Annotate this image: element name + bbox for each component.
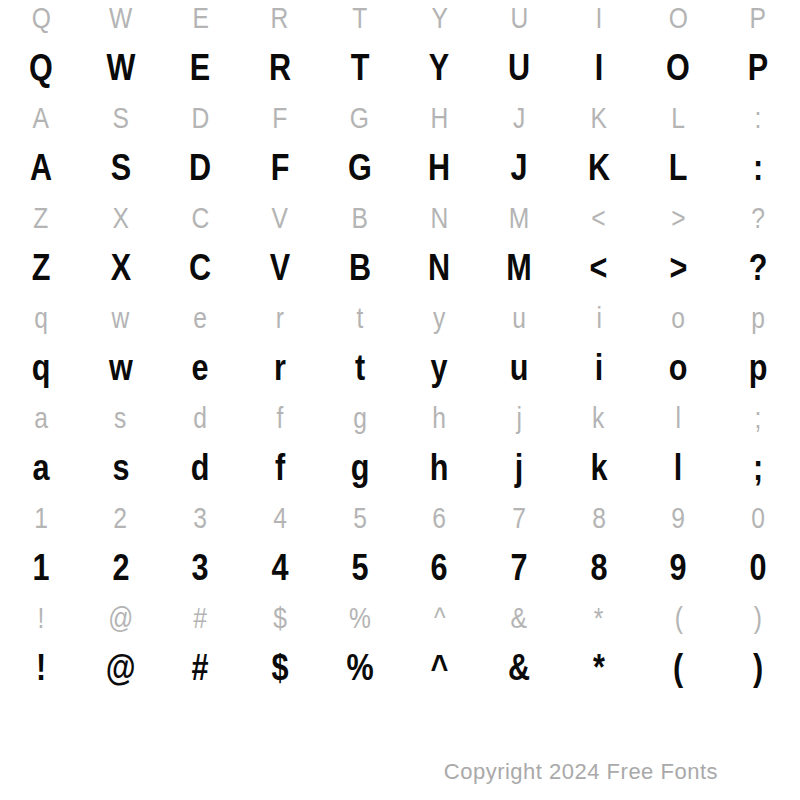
char-cell: * xyxy=(559,643,639,693)
char-cell: s xyxy=(81,393,161,443)
glyph-black: G xyxy=(348,150,372,186)
char-cell: 5 xyxy=(320,543,400,593)
char-cell: 7 xyxy=(479,493,559,543)
char-cell: w xyxy=(81,293,161,343)
glyph-gray: q xyxy=(34,304,48,333)
char-cell: P xyxy=(718,0,798,43)
glyph-black: W xyxy=(106,50,135,86)
glyph-gray: : xyxy=(755,104,762,133)
glyph-black: # xyxy=(192,650,209,686)
glyph-black: l xyxy=(674,450,683,486)
glyph-black: q xyxy=(31,350,50,386)
glyph-gray: e xyxy=(193,304,207,333)
char-cell: y xyxy=(399,343,479,393)
glyph-black: 5 xyxy=(351,550,368,586)
glyph-black: u xyxy=(510,350,529,386)
char-cell: ) xyxy=(718,593,798,643)
glyph-gray: E xyxy=(192,4,208,33)
glyph-gray: d xyxy=(193,404,207,433)
char-cell: l xyxy=(639,443,719,493)
glyph-gray: r xyxy=(276,304,284,333)
glyph-gray: O xyxy=(669,4,688,33)
char-cell: k xyxy=(559,443,639,493)
char-cell: ^ xyxy=(399,643,479,693)
glyph-black: t xyxy=(355,350,365,386)
glyph-black: 3 xyxy=(192,550,209,586)
char-cell: K xyxy=(559,143,639,193)
char-cell: r xyxy=(240,343,320,393)
char-cell: 5 xyxy=(320,493,400,543)
glyph-black: 7 xyxy=(511,550,528,586)
char-cell: 9 xyxy=(639,493,719,543)
char-cell: $ xyxy=(240,643,320,693)
char-cell: S xyxy=(81,93,161,143)
glyph-gray: 6 xyxy=(432,504,446,533)
char-cell: ( xyxy=(639,593,719,643)
char-cell: I xyxy=(559,43,639,93)
glyph-gray: < xyxy=(592,204,606,233)
char-cell: C xyxy=(160,193,240,243)
glyph-black: @ xyxy=(106,650,136,686)
char-cell: > xyxy=(639,243,719,293)
char-row-gray: QWERTYUIOP xyxy=(1,0,798,43)
glyph-black: $ xyxy=(271,650,288,686)
glyph-gray: K xyxy=(591,104,607,133)
char-row-gray: ZXCVBNM<>? xyxy=(1,193,798,243)
char-cell: * xyxy=(559,593,639,643)
glyph-black: C xyxy=(189,250,211,286)
char-cell: 3 xyxy=(160,543,240,593)
glyph-black: 6 xyxy=(431,550,448,586)
char-cell: i xyxy=(559,343,639,393)
char-row-gray: asdfghjkl; xyxy=(1,393,798,443)
glyph-black: A xyxy=(30,150,52,186)
char-row-black: ZXCVBNM<>? xyxy=(1,243,798,293)
char-cell: Y xyxy=(399,43,479,93)
glyph-black: H xyxy=(428,150,450,186)
char-cell: t xyxy=(320,293,400,343)
glyph-gray: u xyxy=(512,304,526,333)
char-cell: 2 xyxy=(81,543,161,593)
glyph-black: < xyxy=(590,250,608,286)
glyph-black: V xyxy=(270,250,290,286)
char-cell: @ xyxy=(81,643,161,693)
glyph-gray: 8 xyxy=(592,504,606,533)
glyph-gray: s xyxy=(114,404,126,433)
glyph-black: T xyxy=(350,50,369,86)
char-cell: N xyxy=(399,243,479,293)
glyph-gray: i xyxy=(596,304,601,333)
char-cell: o xyxy=(639,293,719,343)
glyph-gray: g xyxy=(353,404,367,433)
glyph-gray: U xyxy=(510,4,528,33)
glyph-gray: ^ xyxy=(434,604,446,633)
glyph-gray: o xyxy=(672,304,686,333)
char-cell: O xyxy=(639,0,719,43)
glyph-black: 4 xyxy=(271,550,288,586)
char-cell: q xyxy=(1,343,81,393)
glyph-gray: W xyxy=(109,4,132,33)
glyph-black: Y xyxy=(429,50,449,86)
glyph-black: 2 xyxy=(112,550,129,586)
glyph-gray: Z xyxy=(33,204,48,233)
glyph-gray: y xyxy=(433,304,445,333)
char-cell: ! xyxy=(1,593,81,643)
glyph-black: : xyxy=(753,150,763,186)
char-cell: G xyxy=(320,93,400,143)
glyph-black: S xyxy=(110,150,130,186)
char-cell: L xyxy=(639,93,719,143)
char-cell: 3 xyxy=(160,493,240,543)
glyph-gray: w xyxy=(112,304,130,333)
glyph-gray: $ xyxy=(273,604,287,633)
glyph-gray: j xyxy=(516,404,521,433)
char-cell: N xyxy=(399,193,479,243)
char-cell: E xyxy=(160,43,240,93)
glyph-black: Q xyxy=(29,50,53,86)
char-row-gray: 1234567890 xyxy=(1,493,798,543)
char-cell: L xyxy=(639,143,719,193)
char-cell: A xyxy=(1,93,81,143)
char-cell: S xyxy=(81,143,161,193)
glyph-black: R xyxy=(269,50,291,86)
glyph-gray: I xyxy=(595,4,602,33)
character-grid: QWERTYUIOPQWERTYUIOPASDFGHJKL:ASDFGHJKL:… xyxy=(1,0,798,693)
char-cell: t xyxy=(320,343,400,393)
char-cell: U xyxy=(479,43,559,93)
char-cell: a xyxy=(1,393,81,443)
copyright-text: Copyright 2024 Free Fonts xyxy=(444,759,718,785)
glyph-black: ; xyxy=(753,450,763,486)
glyph-black: X xyxy=(110,250,130,286)
glyph-gray: S xyxy=(112,104,128,133)
glyph-gray: V xyxy=(272,204,288,233)
char-cell: e xyxy=(160,343,240,393)
glyph-black: d xyxy=(191,450,210,486)
char-cell: A xyxy=(1,143,81,193)
glyph-black: s xyxy=(112,450,129,486)
glyph-black: p xyxy=(749,350,768,386)
char-cell: ? xyxy=(718,243,798,293)
char-cell: p xyxy=(718,343,798,393)
glyph-gray: M xyxy=(509,204,530,233)
char-cell: j xyxy=(479,443,559,493)
glyph-black: ! xyxy=(36,650,46,686)
char-cell: & xyxy=(479,593,559,643)
glyph-gray: 1 xyxy=(34,504,48,533)
char-cell: K xyxy=(559,93,639,143)
char-cell: 6 xyxy=(399,543,479,593)
char-cell: B xyxy=(320,193,400,243)
char-cell: 9 xyxy=(639,543,719,593)
char-row-gray: ASDFGHJKL: xyxy=(1,93,798,143)
glyph-gray: a xyxy=(34,404,48,433)
char-cell: R xyxy=(240,43,320,93)
char-cell: @ xyxy=(81,593,161,643)
char-cell: < xyxy=(559,243,639,293)
glyph-gray: h xyxy=(432,404,446,433)
glyph-black: O xyxy=(667,50,691,86)
glyph-black: * xyxy=(593,650,605,686)
glyph-gray: t xyxy=(356,304,363,333)
glyph-black: f xyxy=(275,450,285,486)
glyph-gray: D xyxy=(191,104,209,133)
char-row-black: !@#$%^&*() xyxy=(1,643,798,693)
glyph-gray: ; xyxy=(755,404,762,433)
char-cell: V xyxy=(240,243,320,293)
glyph-gray: @ xyxy=(108,604,133,633)
char-cell: B xyxy=(320,243,400,293)
char-cell: U xyxy=(479,0,559,43)
glyph-black: M xyxy=(506,250,532,286)
char-cell: 1 xyxy=(1,493,81,543)
char-cell: : xyxy=(718,93,798,143)
glyph-black: F xyxy=(271,150,290,186)
char-cell: D xyxy=(160,143,240,193)
char-cell: 1 xyxy=(1,543,81,593)
char-row-black: ASDFGHJKL: xyxy=(1,143,798,193)
glyph-black: y xyxy=(431,350,448,386)
char-cell: a xyxy=(1,443,81,493)
glyph-gray: 2 xyxy=(114,504,128,533)
glyph-gray: k xyxy=(593,404,605,433)
glyph-gray: l xyxy=(676,404,681,433)
char-cell: Y xyxy=(399,0,479,43)
glyph-gray: P xyxy=(750,4,766,33)
char-cell: I xyxy=(559,0,639,43)
glyph-gray: p xyxy=(751,304,765,333)
char-cell: & xyxy=(479,643,559,693)
char-cell: g xyxy=(320,393,400,443)
char-cell: 7 xyxy=(479,543,559,593)
char-cell: W xyxy=(81,0,161,43)
glyph-gray: X xyxy=(112,204,128,233)
char-cell: M xyxy=(479,193,559,243)
char-cell: h xyxy=(399,443,479,493)
glyph-gray: T xyxy=(352,4,367,33)
char-cell: ; xyxy=(718,443,798,493)
glyph-black: > xyxy=(669,250,687,286)
glyph-black: L xyxy=(669,150,688,186)
char-cell: 4 xyxy=(240,493,320,543)
glyph-black: & xyxy=(508,650,530,686)
glyph-gray: C xyxy=(191,204,209,233)
glyph-black: k xyxy=(590,450,607,486)
char-cell: p xyxy=(718,293,798,343)
char-row-gray: !@#$%^&*() xyxy=(1,593,798,643)
glyph-black: ( xyxy=(673,650,683,686)
glyph-gray: ! xyxy=(37,604,44,633)
char-cell: s xyxy=(81,443,161,493)
glyph-black: U xyxy=(508,50,530,86)
glyph-black: E xyxy=(190,50,210,86)
glyph-black: i xyxy=(594,350,603,386)
glyph-gray: G xyxy=(350,104,369,133)
glyph-black: 8 xyxy=(590,550,607,586)
char-cell: j xyxy=(479,393,559,443)
char-cell: 2 xyxy=(81,493,161,543)
glyph-black: ? xyxy=(749,250,768,286)
glyph-gray: ) xyxy=(754,604,762,633)
char-cell: 0 xyxy=(718,493,798,543)
glyph-gray: 9 xyxy=(672,504,686,533)
glyph-gray: ( xyxy=(674,604,682,633)
char-cell: P xyxy=(718,43,798,93)
glyph-black: N xyxy=(428,250,450,286)
char-cell: : xyxy=(718,143,798,193)
char-cell: u xyxy=(479,343,559,393)
char-cell: ^ xyxy=(399,593,479,643)
glyph-gray: 7 xyxy=(512,504,526,533)
glyph-gray: J xyxy=(513,104,525,133)
char-cell: X xyxy=(81,243,161,293)
char-cell: ( xyxy=(639,643,719,693)
char-cell: e xyxy=(160,293,240,343)
char-cell: W xyxy=(81,43,161,93)
char-cell: % xyxy=(320,593,400,643)
glyph-gray: R xyxy=(271,4,289,33)
char-cell: o xyxy=(639,343,719,393)
char-cell: q xyxy=(1,293,81,343)
char-row-black: qwertyuiop xyxy=(1,343,798,393)
char-cell: # xyxy=(160,643,240,693)
glyph-black: 0 xyxy=(750,550,767,586)
glyph-gray: 3 xyxy=(193,504,207,533)
char-cell: 0 xyxy=(718,543,798,593)
char-cell: G xyxy=(320,143,400,193)
char-cell: k xyxy=(559,393,639,443)
char-cell: y xyxy=(399,293,479,343)
glyph-gray: ? xyxy=(751,204,765,233)
glyph-black: 9 xyxy=(670,550,687,586)
char-row-gray: qwertyuiop xyxy=(1,293,798,343)
char-cell: d xyxy=(160,443,240,493)
char-cell: < xyxy=(559,193,639,243)
glyph-black: D xyxy=(189,150,211,186)
char-row-black: 1234567890 xyxy=(1,543,798,593)
glyph-gray: F xyxy=(272,104,287,133)
glyph-black: 1 xyxy=(32,550,49,586)
char-cell: Q xyxy=(1,0,81,43)
glyph-black: j xyxy=(515,450,524,486)
glyph-black: I xyxy=(594,50,603,86)
char-cell: Q xyxy=(1,43,81,93)
char-cell: F xyxy=(240,93,320,143)
char-cell: J xyxy=(479,143,559,193)
glyph-gray: % xyxy=(349,604,371,633)
char-cell: # xyxy=(160,593,240,643)
glyph-black: ^ xyxy=(430,650,448,686)
char-cell: T xyxy=(320,0,400,43)
glyph-gray: 4 xyxy=(273,504,287,533)
glyph-black: g xyxy=(350,450,369,486)
char-cell: w xyxy=(81,343,161,393)
char-cell: Z xyxy=(1,193,81,243)
char-cell: X xyxy=(81,193,161,243)
char-row-black: asdfghjkl; xyxy=(1,443,798,493)
char-cell: ; xyxy=(718,393,798,443)
char-cell: R xyxy=(240,0,320,43)
glyph-gray: Y xyxy=(431,4,447,33)
char-cell: E xyxy=(160,0,240,43)
char-cell: % xyxy=(320,643,400,693)
char-cell: J xyxy=(479,93,559,143)
char-row-black: QWERTYUIOP xyxy=(1,43,798,93)
glyph-black: w xyxy=(109,350,133,386)
char-cell: ! xyxy=(1,643,81,693)
char-cell: 4 xyxy=(240,543,320,593)
glyph-gray: & xyxy=(511,604,527,633)
char-cell: g xyxy=(320,443,400,493)
char-cell: F xyxy=(240,143,320,193)
glyph-black: P xyxy=(748,50,768,86)
glyph-black: K xyxy=(588,150,610,186)
char-cell: C xyxy=(160,243,240,293)
char-cell: 6 xyxy=(399,493,479,543)
glyph-gray: B xyxy=(351,204,367,233)
char-cell: M xyxy=(479,243,559,293)
glyph-gray: 0 xyxy=(751,504,765,533)
glyph-black: B xyxy=(349,250,371,286)
glyph-gray: A xyxy=(33,104,49,133)
char-cell: $ xyxy=(240,593,320,643)
char-cell: O xyxy=(639,43,719,93)
glyph-black: % xyxy=(346,650,373,686)
char-cell: T xyxy=(320,43,400,93)
char-cell: ? xyxy=(718,193,798,243)
glyph-black: J xyxy=(511,150,528,186)
glyph-gray: L xyxy=(672,104,686,133)
glyph-black: Z xyxy=(31,250,50,286)
glyph-gray: H xyxy=(430,104,448,133)
char-cell: i xyxy=(559,293,639,343)
char-cell: l xyxy=(639,393,719,443)
glyph-black: h xyxy=(430,450,449,486)
char-cell: D xyxy=(160,93,240,143)
glyph-black: ) xyxy=(753,650,763,686)
char-cell: f xyxy=(240,443,320,493)
char-cell: 8 xyxy=(559,543,639,593)
glyph-gray: Q xyxy=(31,4,50,33)
glyph-gray: N xyxy=(430,204,448,233)
glyph-black: e xyxy=(192,350,209,386)
glyph-gray: # xyxy=(193,604,207,633)
glyph-black: r xyxy=(274,350,286,386)
char-cell: ) xyxy=(718,643,798,693)
glyph-black: o xyxy=(669,350,688,386)
char-cell: f xyxy=(240,393,320,443)
glyph-gray: * xyxy=(594,604,604,633)
char-cell: H xyxy=(399,93,479,143)
font-specimen-sheet: QWERTYUIOPQWERTYUIOPASDFGHJKL:ASDFGHJKL:… xyxy=(0,0,800,800)
char-cell: h xyxy=(399,393,479,443)
char-cell: Z xyxy=(1,243,81,293)
char-cell: H xyxy=(399,143,479,193)
char-cell: V xyxy=(240,193,320,243)
glyph-black: a xyxy=(32,450,49,486)
char-cell: u xyxy=(479,293,559,343)
char-cell: > xyxy=(639,193,719,243)
char-cell: d xyxy=(160,393,240,443)
glyph-gray: > xyxy=(671,204,685,233)
glyph-gray: f xyxy=(277,404,284,433)
glyph-gray: 5 xyxy=(353,504,367,533)
char-cell: r xyxy=(240,293,320,343)
char-cell: 8 xyxy=(559,493,639,543)
